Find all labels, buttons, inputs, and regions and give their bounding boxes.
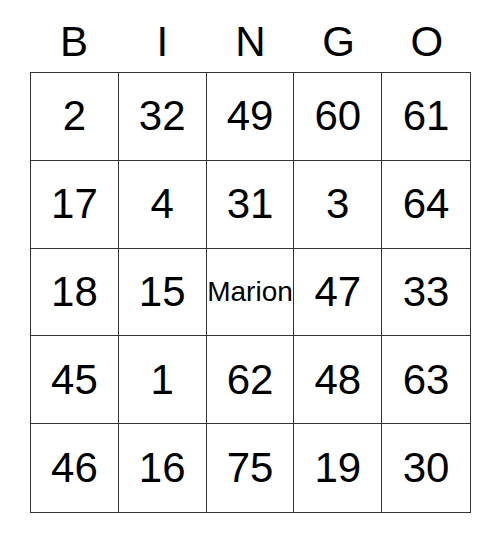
bingo-card: B I N G O 2 32 49 60 61 17 4 31 3 64 18 …	[0, 0, 500, 544]
cell-r3c5[interactable]: 33	[382, 249, 470, 337]
cell-r1c5[interactable]: 61	[382, 73, 470, 161]
bingo-grid: 2 32 49 60 61 17 4 31 3 64 18 15 Marion …	[30, 72, 471, 513]
cell-r4c3[interactable]: 62	[207, 336, 295, 424]
cell-r5c1[interactable]: 46	[31, 424, 119, 512]
cell-r3c4[interactable]: 47	[294, 249, 382, 337]
header-letter-g: G	[295, 21, 383, 72]
cell-r1c3[interactable]: 49	[207, 73, 295, 161]
cell-r1c2[interactable]: 32	[119, 73, 207, 161]
header-letter-n: N	[206, 21, 294, 72]
cell-r1c1[interactable]: 2	[31, 73, 119, 161]
cell-r2c3[interactable]: 31	[207, 161, 295, 249]
cell-r5c2[interactable]: 16	[119, 424, 207, 512]
cell-r5c4[interactable]: 19	[294, 424, 382, 512]
cell-r2c1[interactable]: 17	[31, 161, 119, 249]
cell-r3c3-free-space[interactable]: Marion	[207, 249, 295, 337]
cell-r4c4[interactable]: 48	[294, 336, 382, 424]
cell-r4c5[interactable]: 63	[382, 336, 470, 424]
cell-r5c3[interactable]: 75	[207, 424, 295, 512]
cell-r2c4[interactable]: 3	[294, 161, 382, 249]
bingo-header: B I N G O	[30, 0, 471, 72]
header-letter-i: I	[118, 21, 206, 72]
header-letter-b: B	[30, 21, 118, 72]
cell-r2c2[interactable]: 4	[119, 161, 207, 249]
cell-r4c1[interactable]: 45	[31, 336, 119, 424]
cell-r3c2[interactable]: 15	[119, 249, 207, 337]
cell-r5c5[interactable]: 30	[382, 424, 470, 512]
cell-r4c2[interactable]: 1	[119, 336, 207, 424]
cell-r2c5[interactable]: 64	[382, 161, 470, 249]
cell-r1c4[interactable]: 60	[294, 73, 382, 161]
header-letter-o: O	[383, 21, 471, 72]
cell-r3c1[interactable]: 18	[31, 249, 119, 337]
